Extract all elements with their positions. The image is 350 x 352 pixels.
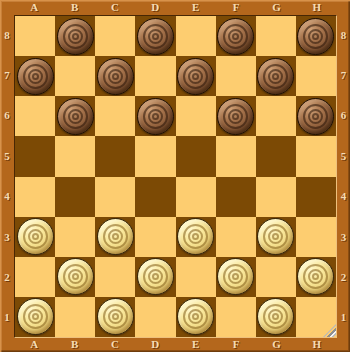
light-man-piece-e3[interactable] — [177, 218, 214, 255]
dark-man-piece-f6[interactable] — [217, 98, 254, 135]
dark-man-piece-b6[interactable] — [57, 98, 94, 135]
square-e6[interactable] — [176, 96, 216, 136]
square-b8[interactable] — [55, 16, 95, 56]
square-d5[interactable] — [135, 136, 175, 176]
square-h8[interactable] — [296, 16, 336, 56]
square-d4[interactable] — [135, 177, 175, 217]
square-d3[interactable] — [135, 217, 175, 257]
dark-man-piece-d8[interactable] — [137, 18, 174, 55]
square-a1[interactable] — [15, 297, 55, 337]
rank-label-6: 6 — [0, 96, 14, 136]
square-e3[interactable] — [176, 217, 216, 257]
rank-label-8: 8 — [0, 15, 14, 55]
file-label-A: A — [14, 337, 54, 352]
file-labels-bottom: ABCDEFGH — [14, 337, 337, 352]
square-d8[interactable] — [135, 16, 175, 56]
rank-label-5: 5 — [0, 136, 14, 176]
square-a6[interactable] — [15, 96, 55, 136]
light-man-piece-e1[interactable] — [177, 298, 214, 335]
file-label-A: A — [14, 0, 54, 15]
square-c3[interactable] — [95, 217, 135, 257]
file-label-G: G — [256, 337, 296, 352]
checkers-board — [14, 15, 337, 338]
square-e4[interactable] — [176, 177, 216, 217]
file-label-E: E — [176, 337, 216, 352]
square-d6[interactable] — [135, 96, 175, 136]
dark-man-piece-d6[interactable] — [137, 98, 174, 135]
square-h2[interactable] — [296, 257, 336, 297]
square-d1[interactable] — [135, 297, 175, 337]
square-c2[interactable] — [95, 257, 135, 297]
square-g3[interactable] — [256, 217, 296, 257]
file-label-C: C — [95, 337, 135, 352]
checkers-window-frame: ABCDEFGH 87654321 87654321 ABCDEFGH — [0, 0, 350, 352]
rank-label-1: 1 — [337, 298, 350, 338]
square-b2[interactable] — [55, 257, 95, 297]
rank-label-7: 7 — [0, 55, 14, 95]
light-man-piece-c3[interactable] — [97, 218, 134, 255]
light-man-piece-c1[interactable] — [97, 298, 134, 335]
square-f4[interactable] — [216, 177, 256, 217]
dark-man-piece-h6[interactable] — [297, 98, 334, 135]
light-man-piece-d2[interactable] — [137, 258, 174, 295]
file-label-B: B — [54, 0, 94, 15]
square-g7[interactable] — [256, 56, 296, 96]
rank-label-8: 8 — [337, 15, 350, 55]
square-a3[interactable] — [15, 217, 55, 257]
square-f8[interactable] — [216, 16, 256, 56]
square-c4[interactable] — [95, 177, 135, 217]
light-man-piece-b2[interactable] — [57, 258, 94, 295]
square-f3[interactable] — [216, 217, 256, 257]
square-f1[interactable] — [216, 297, 256, 337]
rank-label-4: 4 — [0, 177, 14, 217]
dark-man-piece-h8[interactable] — [297, 18, 334, 55]
square-c6[interactable] — [95, 96, 135, 136]
light-man-piece-a1[interactable] — [17, 298, 54, 335]
square-h7[interactable] — [296, 56, 336, 96]
square-a8[interactable] — [15, 16, 55, 56]
light-man-piece-h2[interactable] — [297, 258, 334, 295]
square-g1[interactable] — [256, 297, 296, 337]
square-a4[interactable] — [15, 177, 55, 217]
rank-label-3: 3 — [0, 217, 14, 257]
dark-man-piece-c7[interactable] — [97, 58, 134, 95]
square-f5[interactable] — [216, 136, 256, 176]
square-c1[interactable] — [95, 297, 135, 337]
rank-label-6: 6 — [337, 96, 350, 136]
file-label-H: H — [297, 0, 337, 15]
square-h3[interactable] — [296, 217, 336, 257]
square-b4[interactable] — [55, 177, 95, 217]
square-a2[interactable] — [15, 257, 55, 297]
square-d2[interactable] — [135, 257, 175, 297]
square-f2[interactable] — [216, 257, 256, 297]
file-label-G: G — [256, 0, 296, 15]
rank-label-1: 1 — [0, 298, 14, 338]
square-e7[interactable] — [176, 56, 216, 96]
square-a5[interactable] — [15, 136, 55, 176]
square-g8[interactable] — [256, 16, 296, 56]
square-g2[interactable] — [256, 257, 296, 297]
square-e2[interactable] — [176, 257, 216, 297]
square-c7[interactable] — [95, 56, 135, 96]
square-b7[interactable] — [55, 56, 95, 96]
rank-label-7: 7 — [337, 55, 350, 95]
rank-labels-left: 87654321 — [0, 15, 14, 338]
square-h4[interactable] — [296, 177, 336, 217]
square-b1[interactable] — [55, 297, 95, 337]
dark-man-piece-a7[interactable] — [17, 58, 54, 95]
dark-man-piece-e7[interactable] — [177, 58, 214, 95]
square-e8[interactable] — [176, 16, 216, 56]
dark-man-piece-g7[interactable] — [257, 58, 294, 95]
rank-label-4: 4 — [337, 177, 350, 217]
square-d7[interactable] — [135, 56, 175, 96]
square-c8[interactable] — [95, 16, 135, 56]
file-label-D: D — [135, 337, 175, 352]
rank-label-2: 2 — [337, 257, 350, 297]
light-man-piece-g1[interactable] — [257, 298, 294, 335]
rank-label-2: 2 — [0, 257, 14, 297]
file-label-B: B — [54, 337, 94, 352]
square-h6[interactable] — [296, 96, 336, 136]
light-man-piece-a3[interactable] — [17, 218, 54, 255]
square-g4[interactable] — [256, 177, 296, 217]
file-label-H: H — [297, 337, 337, 352]
rank-label-3: 3 — [337, 217, 350, 257]
square-g6[interactable] — [256, 96, 296, 136]
square-b5[interactable] — [55, 136, 95, 176]
file-labels-top: ABCDEFGH — [14, 0, 337, 15]
square-e1[interactable] — [176, 297, 216, 337]
file-label-C: C — [95, 0, 135, 15]
square-f7[interactable] — [216, 56, 256, 96]
square-h5[interactable] — [296, 136, 336, 176]
light-man-piece-g3[interactable] — [257, 218, 294, 255]
file-label-F: F — [216, 0, 256, 15]
square-c5[interactable] — [95, 136, 135, 176]
square-a7[interactable] — [15, 56, 55, 96]
file-label-F: F — [216, 337, 256, 352]
square-e5[interactable] — [176, 136, 216, 176]
rank-labels-right: 87654321 — [337, 15, 350, 338]
square-g5[interactable] — [256, 136, 296, 176]
rank-label-5: 5 — [337, 136, 350, 176]
dark-man-piece-b8[interactable] — [57, 18, 94, 55]
file-label-D: D — [135, 0, 175, 15]
square-b6[interactable] — [55, 96, 95, 136]
dark-man-piece-f8[interactable] — [217, 18, 254, 55]
square-b3[interactable] — [55, 217, 95, 257]
square-f6[interactable] — [216, 96, 256, 136]
light-man-piece-f2[interactable] — [217, 258, 254, 295]
file-label-E: E — [176, 0, 216, 15]
